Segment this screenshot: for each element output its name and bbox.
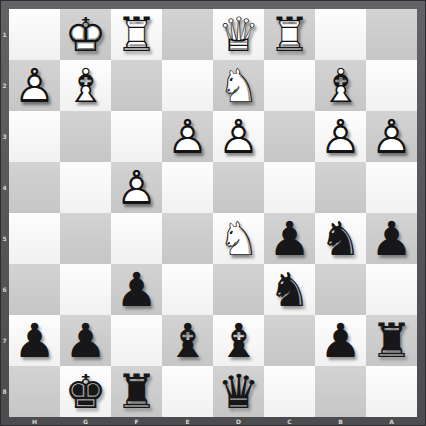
white-knight[interactable]: ♞♘ [213,60,264,111]
square-c2[interactable] [264,60,315,111]
piece-fill-layer: ♟ [9,315,60,366]
square-e8[interactable] [162,366,213,417]
square-e1[interactable] [162,9,213,60]
white-pawn[interactable]: ♟♙ [9,60,60,111]
white-pawn[interactable]: ♟♙ [162,111,213,162]
rank-label-1: 1 [0,9,9,60]
square-g5[interactable] [60,213,111,264]
chess-board: ♚♔♜♖♛♕♜♖♟♙♝♗♞♘♝♗♟♙♟♙♟♙♟♙♟♙♞♘♟♞♟♟♞♟♟♝♝♟♜♚… [0,0,426,426]
rank-label-7: 7 [0,315,9,366]
black-pawn[interactable]: ♟ [60,315,111,366]
piece-fill-layer: ♜ [111,366,162,417]
square-b4[interactable] [315,162,366,213]
white-knight[interactable]: ♞♘ [213,213,264,264]
square-c7[interactable] [264,315,315,366]
square-c8[interactable] [264,366,315,417]
square-c4[interactable] [264,162,315,213]
square-h4[interactable] [9,162,60,213]
black-pawn[interactable]: ♟ [9,315,60,366]
black-queen[interactable]: ♛ [213,366,264,417]
file-label-c: C [264,417,315,426]
piece-outline-layer: ♖ [264,9,315,60]
square-d3[interactable]: ♟♙ [213,111,264,162]
black-bishop[interactable]: ♝ [213,315,264,366]
square-g2[interactable]: ♝♗ [60,60,111,111]
square-c1[interactable]: ♜♖ [264,9,315,60]
piece-fill-layer: ♟ [111,162,162,213]
piece-fill-layer: ♟ [9,60,60,111]
square-h6[interactable] [9,264,60,315]
white-pawn[interactable]: ♟♙ [315,111,366,162]
square-g1[interactable]: ♚♔ [60,9,111,60]
square-f3[interactable] [111,111,162,162]
black-bishop[interactable]: ♝ [162,315,213,366]
square-a6[interactable] [366,264,417,315]
piece-fill-layer: ♟ [315,111,366,162]
square-e6[interactable] [162,264,213,315]
piece-outline-layer: ♙ [315,111,366,162]
square-f1[interactable]: ♜♖ [111,9,162,60]
piece-fill-layer: ♟ [366,213,417,264]
piece-outline-layer: ♙ [366,111,417,162]
piece-outline-layer: ♙ [9,60,60,111]
piece-fill-layer: ♟ [162,111,213,162]
rank-label-2: 2 [0,60,9,111]
square-e7[interactable]: ♝ [162,315,213,366]
rank-label-3: 3 [0,111,9,162]
white-rook[interactable]: ♜♖ [111,9,162,60]
square-h7[interactable]: ♟ [9,315,60,366]
piece-fill-layer: ♜ [366,315,417,366]
piece-fill-layer: ♝ [60,60,111,111]
square-f4[interactable]: ♟♙ [111,162,162,213]
piece-outline-layer: ♗ [60,60,111,111]
piece-fill-layer: ♚ [60,9,111,60]
piece-outline-layer: ♙ [111,162,162,213]
white-pawn[interactable]: ♟♙ [111,162,162,213]
square-e3[interactable]: ♟♙ [162,111,213,162]
square-a5[interactable]: ♟ [366,213,417,264]
file-label-a: A [366,417,417,426]
black-pawn[interactable]: ♟ [264,213,315,264]
square-f7[interactable] [111,315,162,366]
file-label-b: B [315,417,366,426]
file-label-f: F [111,417,162,426]
piece-outline-layer: ♗ [315,60,366,111]
board-grid: ♚♔♜♖♛♕♜♖♟♙♝♗♞♘♝♗♟♙♟♙♟♙♟♙♟♙♞♘♟♞♟♟♞♟♟♝♝♟♜♚… [9,9,417,417]
white-queen[interactable]: ♛♕ [213,9,264,60]
square-g6[interactable] [60,264,111,315]
square-d5[interactable]: ♞♘ [213,213,264,264]
square-f8[interactable]: ♜ [111,366,162,417]
piece-fill-layer: ♝ [162,315,213,366]
piece-fill-layer: ♞ [213,213,264,264]
square-b3[interactable]: ♟♙ [315,111,366,162]
piece-fill-layer: ♚ [60,366,111,417]
piece-outline-layer: ♘ [213,60,264,111]
square-a4[interactable] [366,162,417,213]
square-b6[interactable] [315,264,366,315]
rank-label-8: 8 [0,366,9,417]
square-e4[interactable] [162,162,213,213]
square-d4[interactable] [213,162,264,213]
square-g8[interactable]: ♚ [60,366,111,417]
square-b1[interactable] [315,9,366,60]
square-g4[interactable] [60,162,111,213]
square-f2[interactable] [111,60,162,111]
piece-fill-layer: ♝ [213,315,264,366]
black-pawn[interactable]: ♟ [366,213,417,264]
white-bishop[interactable]: ♝♗ [315,60,366,111]
piece-fill-layer: ♟ [315,315,366,366]
black-pawn[interactable]: ♟ [111,264,162,315]
square-c6[interactable]: ♞ [264,264,315,315]
white-pawn[interactable]: ♟♙ [366,111,417,162]
piece-fill-layer: ♟ [264,213,315,264]
square-f6[interactable]: ♟ [111,264,162,315]
piece-fill-layer: ♛ [213,9,264,60]
piece-fill-layer: ♟ [213,111,264,162]
piece-outline-layer: ♖ [111,9,162,60]
square-c5[interactable]: ♟ [264,213,315,264]
piece-fill-layer: ♜ [111,9,162,60]
square-e5[interactable] [162,213,213,264]
square-g7[interactable]: ♟ [60,315,111,366]
piece-fill-layer: ♞ [264,264,315,315]
black-king[interactable]: ♚ [60,366,111,417]
piece-fill-layer: ♞ [315,213,366,264]
black-pawn[interactable]: ♟ [315,315,366,366]
rank-label-4: 4 [0,162,9,213]
piece-outline-layer: ♕ [213,9,264,60]
black-rook[interactable]: ♜ [111,366,162,417]
piece-fill-layer: ♛ [213,366,264,417]
square-f5[interactable] [111,213,162,264]
white-bishop[interactable]: ♝♗ [60,60,111,111]
square-d1[interactable]: ♛♕ [213,9,264,60]
white-pawn[interactable]: ♟♙ [213,111,264,162]
piece-fill-layer: ♞ [213,60,264,111]
square-h1[interactable] [9,9,60,60]
square-c3[interactable] [264,111,315,162]
square-a1[interactable] [366,9,417,60]
file-label-d: D [213,417,264,426]
piece-outline-layer: ♔ [60,9,111,60]
square-h8[interactable] [9,366,60,417]
square-h5[interactable] [9,213,60,264]
piece-fill-layer: ♜ [264,9,315,60]
square-b5[interactable]: ♞ [315,213,366,264]
square-d8[interactable]: ♛ [213,366,264,417]
piece-fill-layer: ♟ [366,111,417,162]
file-label-h: H [9,417,60,426]
piece-outline-layer: ♙ [213,111,264,162]
square-a3[interactable]: ♟♙ [366,111,417,162]
white-rook[interactable]: ♜♖ [264,9,315,60]
square-b7[interactable]: ♟ [315,315,366,366]
square-d6[interactable] [213,264,264,315]
black-knight[interactable]: ♞ [315,213,366,264]
piece-fill-layer: ♟ [60,315,111,366]
square-b2[interactable]: ♝♗ [315,60,366,111]
square-b8[interactable] [315,366,366,417]
rank-label-5: 5 [0,213,9,264]
square-g3[interactable] [60,111,111,162]
rank-label-6: 6 [0,264,9,315]
piece-outline-layer: ♘ [213,213,264,264]
piece-fill-layer: ♟ [111,264,162,315]
square-h3[interactable] [9,111,60,162]
square-a7[interactable]: ♜ [366,315,417,366]
square-a8[interactable] [366,366,417,417]
black-rook[interactable]: ♜ [366,315,417,366]
piece-outline-layer: ♙ [162,111,213,162]
square-a2[interactable] [366,60,417,111]
square-e2[interactable] [162,60,213,111]
file-label-e: E [162,417,213,426]
file-label-g: G [60,417,111,426]
square-d2[interactable]: ♞♘ [213,60,264,111]
square-d7[interactable]: ♝ [213,315,264,366]
black-knight[interactable]: ♞ [264,264,315,315]
square-h2[interactable]: ♟♙ [9,60,60,111]
white-king[interactable]: ♚♔ [60,9,111,60]
piece-fill-layer: ♝ [315,60,366,111]
